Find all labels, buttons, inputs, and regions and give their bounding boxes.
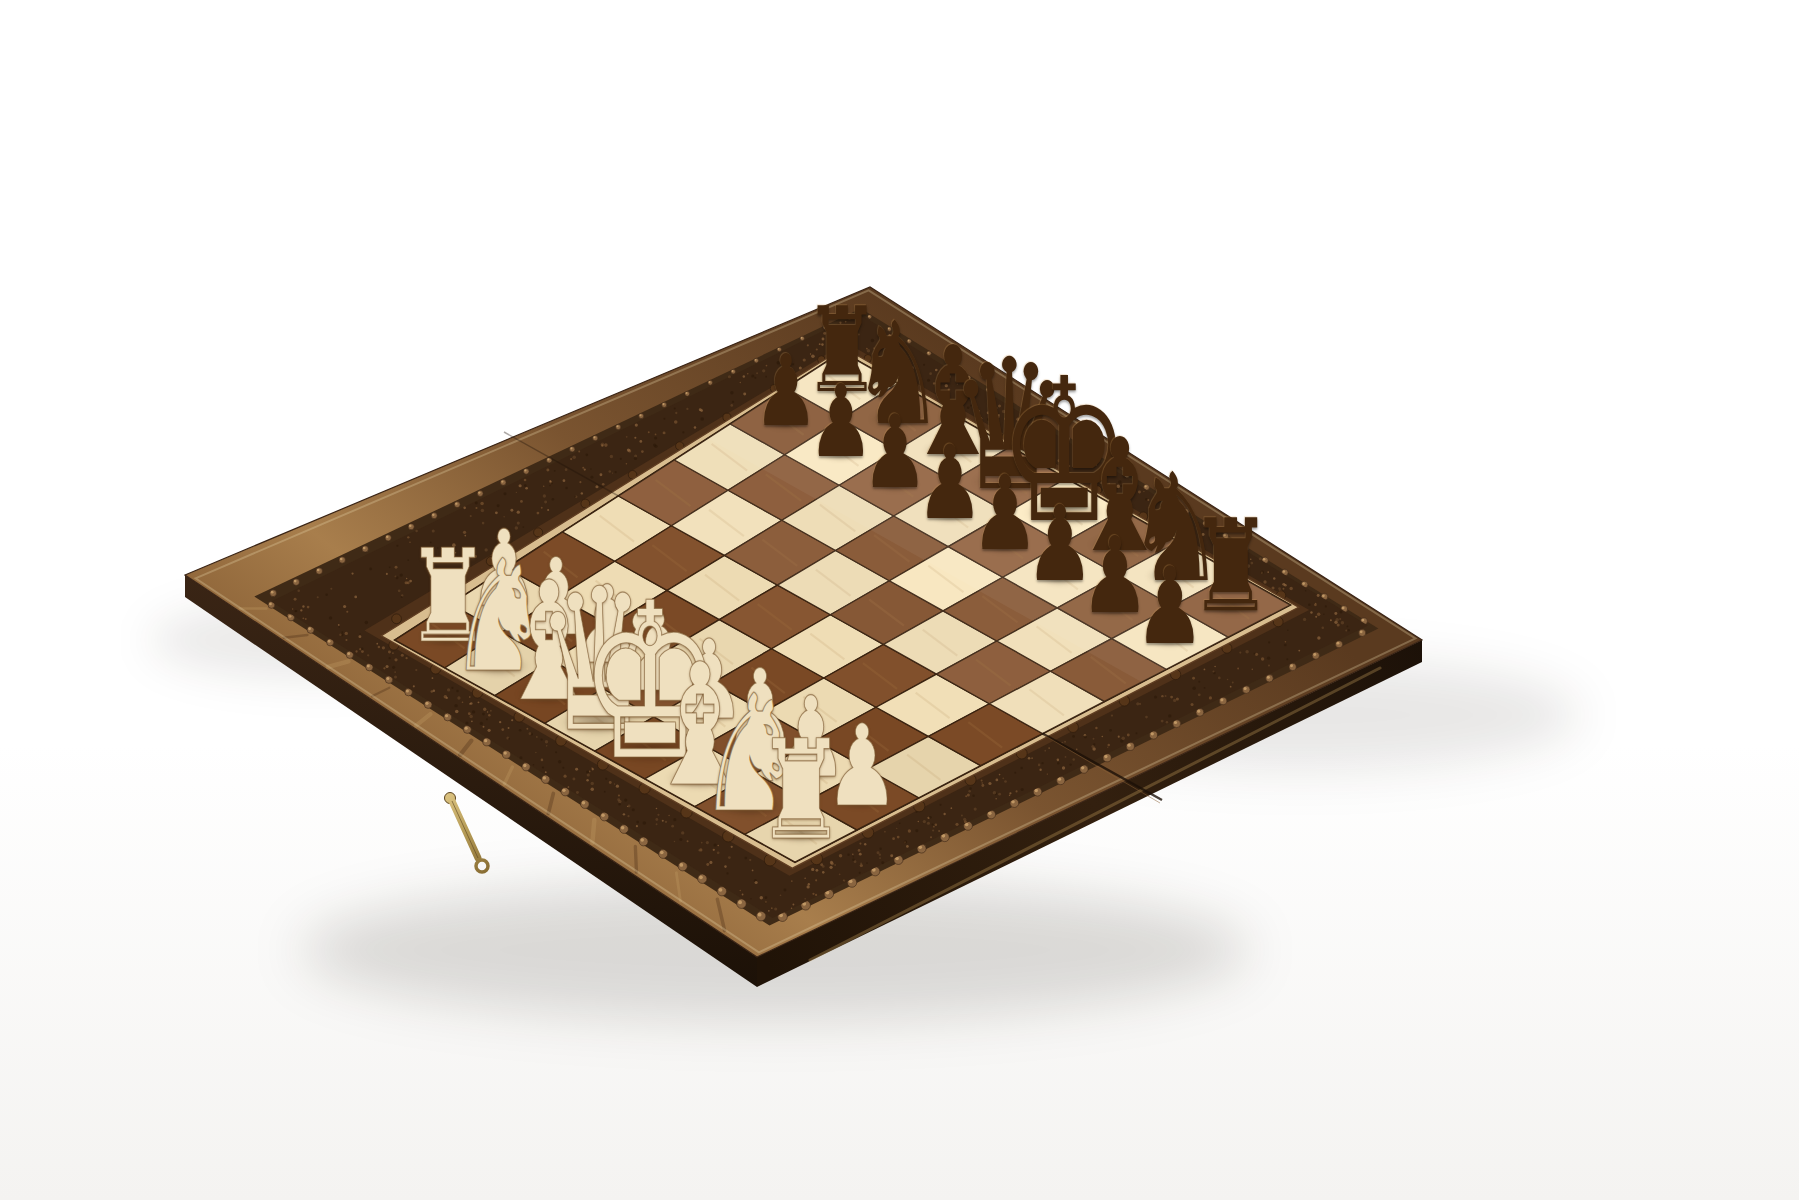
carving-speckle	[879, 857, 881, 859]
carving-speckle	[623, 813, 625, 815]
carving-speckle	[635, 423, 638, 426]
carving-speckle	[409, 542, 410, 543]
carving-speckle	[547, 509, 549, 511]
bead	[800, 336, 804, 340]
carving-speckle	[595, 485, 598, 488]
bead-highlight	[1290, 664, 1293, 667]
carving-speckle	[1339, 618, 1341, 620]
carving-speckle	[902, 354, 905, 357]
carving-speckle	[1323, 613, 1325, 615]
bead-highlight	[1035, 789, 1038, 792]
carving-speckle	[1004, 780, 1007, 783]
carving-speckle	[452, 543, 456, 547]
carving-speckle	[485, 548, 488, 551]
carving-speckle	[888, 334, 890, 336]
carving-speckle	[967, 794, 970, 797]
bead-highlight	[308, 627, 311, 630]
carving-speckle	[822, 865, 825, 868]
carving-speckle	[653, 443, 656, 446]
carving-speckle	[816, 869, 819, 872]
carving-speckle	[604, 791, 606, 793]
carving-speckle	[811, 354, 815, 358]
carving-speckle	[929, 816, 932, 819]
carving-speckle	[565, 468, 568, 471]
carving-speckle	[1020, 767, 1022, 769]
bead-highlight	[582, 801, 585, 804]
carving-speckle	[432, 677, 434, 679]
bead-highlight	[271, 591, 274, 594]
bead-highlight	[504, 751, 507, 754]
carving-speckle	[656, 823, 658, 825]
carving-speckle	[1321, 626, 1324, 629]
carving-speckle	[1118, 736, 1120, 738]
carving-speckle	[999, 774, 1001, 776]
carving-speckle	[433, 689, 436, 692]
carving-speckle	[392, 666, 395, 669]
bead-highlight	[478, 491, 480, 493]
carving-speckle	[663, 418, 665, 420]
carving-speckle	[877, 851, 880, 854]
carving-speckle	[845, 321, 847, 323]
carving-speckle	[755, 881, 758, 884]
bead-highlight	[660, 851, 664, 855]
carving-speckle	[1068, 465, 1070, 467]
carving-speckle	[568, 786, 570, 788]
carving-speckle	[1049, 439, 1050, 440]
carving-speckle	[1214, 666, 1216, 668]
carving-speckle	[469, 696, 471, 698]
carving-speckle	[1009, 795, 1010, 796]
carving-speckle	[968, 790, 970, 792]
carving-speckle	[852, 858, 855, 861]
bead-highlight	[524, 469, 526, 471]
carving-speckle	[482, 713, 485, 716]
bead-highlight	[908, 340, 910, 342]
bead-highlight	[425, 702, 428, 705]
carving-speckle	[1166, 721, 1168, 723]
carving-speckle	[1184, 528, 1186, 530]
carving-speckle	[682, 431, 684, 433]
carving-speckle	[996, 407, 997, 408]
carving-speckle	[804, 877, 806, 879]
carving-speckle	[549, 485, 550, 486]
carving-speckle	[1347, 625, 1349, 627]
carving-speckle	[881, 861, 884, 864]
carving-speckle	[1044, 432, 1048, 436]
carving-speckle	[468, 712, 471, 715]
carving-speckle	[774, 907, 777, 910]
carving-speckle	[859, 872, 861, 874]
bead-highlight	[1184, 509, 1186, 511]
carving-speckle	[1038, 764, 1041, 767]
carving-speckle	[576, 791, 579, 794]
carving-speckle	[1117, 488, 1119, 490]
carving-speckle	[1192, 677, 1195, 680]
carving-speckle	[969, 787, 971, 789]
bead	[887, 327, 891, 331]
carving-speckle	[365, 621, 369, 625]
carving-speckle	[679, 838, 682, 841]
carving-speckle	[857, 322, 858, 323]
carving-speckle	[987, 418, 990, 421]
bead-highlight	[386, 677, 389, 680]
bead-highlight	[1337, 642, 1340, 645]
carving-speckle	[890, 854, 893, 857]
carving-speckle	[1341, 621, 1344, 624]
carving-speckle	[1348, 629, 1350, 631]
carving-speckle	[1021, 788, 1024, 791]
carving-speckle	[501, 728, 504, 731]
carving-speckle	[803, 358, 806, 361]
bead-highlight	[1058, 778, 1061, 781]
carving-speckle	[430, 578, 432, 580]
carving-speckle	[1088, 473, 1091, 476]
bead-highlight	[465, 727, 468, 730]
bead-highlight	[1361, 619, 1364, 622]
carving-speckle	[406, 578, 407, 579]
carving-speckle	[1212, 670, 1214, 672]
bead	[1242, 686, 1250, 694]
carving-speckle	[510, 509, 513, 512]
carving-speckle	[339, 633, 342, 636]
chess-board	[0, 0, 1799, 1200]
carving-speckle	[1310, 611, 1312, 613]
carving-speckle	[535, 752, 536, 753]
carving-speckle	[343, 605, 346, 608]
carving-speckle	[1287, 629, 1289, 631]
carving-speckle	[1229, 558, 1232, 561]
bead	[362, 546, 368, 552]
bead-highlight	[409, 525, 411, 527]
carving-speckle	[351, 572, 353, 574]
carving-speckle	[1078, 460, 1080, 462]
bead-highlight	[1174, 721, 1177, 724]
bead-highlight	[328, 640, 331, 643]
carving-speckle	[935, 823, 938, 826]
carving-speckle	[945, 384, 948, 387]
carving-speckle	[1100, 481, 1103, 484]
carving-speckle	[1195, 526, 1196, 527]
bead	[1312, 652, 1319, 659]
carving-speckle	[519, 729, 522, 732]
bead-highlight	[562, 789, 565, 792]
carving-speckle	[610, 455, 613, 458]
carving-speckle	[819, 343, 821, 345]
carving-speckle	[1178, 510, 1180, 512]
carving-speckle	[396, 576, 399, 579]
carving-speckle	[1260, 570, 1263, 573]
carving-speckle	[488, 714, 491, 717]
carving-speckle	[1204, 687, 1206, 689]
carving-speckle	[415, 669, 417, 671]
carving-speckle	[745, 857, 748, 860]
carving-speckle	[537, 512, 540, 515]
bead-highlight	[640, 838, 644, 842]
bead	[1196, 708, 1204, 716]
carving-speckle	[1009, 792, 1011, 794]
carving-speckle	[967, 406, 970, 409]
carving-speckle	[542, 766, 544, 768]
carving-speckle	[858, 849, 861, 852]
carving-speckle	[1190, 532, 1192, 534]
carving-speckle	[541, 759, 544, 762]
carving-speckle	[1187, 524, 1190, 527]
carving-speckle	[784, 889, 787, 892]
carving-speckle	[297, 589, 300, 592]
carving-speckle	[896, 828, 897, 829]
carving-speckle	[791, 880, 793, 882]
bead	[1006, 400, 1011, 405]
carving-speckle	[765, 376, 767, 378]
carving-speckle	[546, 745, 548, 747]
bead-highlight	[1322, 594, 1325, 597]
carving-speckle	[706, 841, 709, 844]
bead-highlight	[616, 425, 618, 427]
carving-speckle	[558, 760, 561, 763]
bead-highlight	[269, 603, 272, 606]
brass-latch	[445, 793, 489, 873]
bead-highlight	[755, 359, 757, 361]
carving-speckle	[1039, 769, 1041, 771]
carving-speckle	[398, 590, 401, 593]
carving-speckle	[641, 450, 644, 453]
carving-speckle	[987, 411, 990, 414]
carving-speckle	[792, 904, 794, 906]
bead-highlight	[1197, 710, 1200, 713]
carving-speckle	[791, 907, 793, 909]
bead	[500, 480, 506, 486]
carving-speckle	[463, 531, 466, 534]
carving-speckle	[747, 373, 749, 375]
carving-speckle	[706, 863, 709, 866]
carving-speckle	[970, 405, 972, 407]
carving-speckle	[1182, 516, 1184, 518]
carving-speckle	[618, 794, 620, 796]
carving-speckle	[288, 614, 291, 617]
carving-speckle	[898, 355, 900, 357]
carving-speckle	[394, 676, 397, 679]
carving-speckle	[834, 864, 836, 866]
carving-speckle	[1064, 741, 1066, 743]
carving-speckle	[516, 492, 517, 493]
carving-speckle	[449, 550, 451, 552]
carving-speckle	[816, 348, 818, 350]
bead-highlight	[294, 580, 297, 583]
carving-speckle	[483, 726, 485, 728]
carving-speckle	[1286, 658, 1288, 660]
carving-speckle	[739, 890, 740, 891]
carving-speckle	[519, 484, 522, 487]
carving-speckle	[388, 650, 391, 653]
carving-speckle	[519, 756, 522, 759]
carving-speckle	[751, 375, 754, 378]
carving-speckle	[552, 498, 555, 501]
carving-speckle	[847, 854, 849, 856]
carving-speckle	[899, 359, 901, 361]
carving-speckle	[480, 722, 483, 725]
carving-speckle	[1052, 453, 1054, 455]
carving-speckle	[464, 535, 466, 537]
bead-highlight	[432, 514, 434, 516]
carving-speckle	[1204, 669, 1206, 671]
bead-highlight	[340, 558, 343, 561]
bead-highlight	[888, 327, 890, 329]
bead	[685, 391, 690, 396]
bead-highlight	[801, 337, 803, 339]
carving-speckle	[1057, 759, 1060, 762]
carving-speckle	[358, 635, 361, 638]
carving-speckle	[939, 375, 942, 378]
carving-speckle	[544, 500, 547, 503]
bead-highlight	[367, 665, 370, 668]
carving-speckle	[1247, 564, 1251, 568]
carving-speckle	[1031, 757, 1033, 759]
carving-speckle	[1120, 485, 1122, 487]
carving-speckle	[317, 596, 319, 598]
carving-speckle	[663, 431, 666, 434]
bead-highlight	[1220, 698, 1223, 701]
carving-speckle	[401, 596, 403, 598]
carving-speckle	[927, 379, 930, 382]
carving-speckle	[730, 404, 733, 407]
carving-speckle	[1108, 483, 1110, 485]
carving-speckle	[995, 798, 996, 799]
carving-speckle	[475, 501, 478, 504]
carving-speckle	[354, 596, 357, 599]
carving-speckle	[612, 472, 613, 473]
carving-speckle	[517, 511, 520, 514]
carving-speckle	[1181, 522, 1183, 524]
carving-speckle	[617, 798, 620, 801]
carving-speckle	[338, 624, 340, 626]
carving-speckle	[1259, 557, 1262, 560]
carving-speckle	[1145, 498, 1147, 500]
carving-speckle	[731, 846, 733, 848]
carving-speckle	[582, 467, 584, 469]
carving-speckle	[602, 483, 605, 486]
carving-speckle	[1227, 679, 1228, 680]
carving-speckle	[740, 382, 742, 384]
bead-highlight	[406, 689, 409, 692]
carving-speckle	[807, 885, 810, 888]
carving-speckle	[643, 821, 647, 825]
carving-speckle	[524, 484, 527, 487]
carving-speckle	[413, 685, 415, 687]
bead-highlight	[1065, 437, 1067, 439]
carving-speckle	[525, 487, 528, 490]
carving-speckle	[834, 344, 836, 346]
carving-speckle	[1127, 490, 1130, 493]
carving-speckle	[948, 388, 951, 391]
carving-speckle	[1139, 703, 1141, 705]
carving-speckle	[1173, 699, 1176, 702]
carving-speckle	[555, 751, 557, 753]
carving-speckle	[867, 349, 870, 352]
carving-speckle	[1251, 562, 1254, 565]
carving-speckle	[998, 404, 1001, 407]
bead	[1045, 424, 1050, 429]
carving-speckle	[1058, 459, 1061, 462]
carving-speckle	[844, 338, 847, 341]
carving-speckle	[503, 516, 505, 518]
carving-speckle	[1222, 554, 1225, 557]
carving-speckle	[565, 487, 567, 489]
carving-speckle	[823, 332, 826, 335]
carving-speckle	[1093, 738, 1095, 740]
carving-speckle	[614, 783, 616, 785]
carving-speckle	[389, 567, 391, 569]
carving-speckle	[1147, 499, 1149, 501]
carving-speckle	[455, 710, 459, 714]
carving-speckle	[1048, 747, 1050, 749]
bead	[523, 469, 529, 475]
carving-speckle	[378, 646, 380, 648]
carving-speckle	[1176, 523, 1179, 526]
carving-speckle	[295, 610, 297, 612]
wood-grain-streak	[635, 846, 636, 872]
bead-highlight	[601, 813, 604, 816]
carving-speckle	[405, 581, 408, 584]
carving-speckle	[592, 768, 594, 770]
carving-speckle	[981, 784, 984, 787]
carving-speckle	[639, 440, 642, 443]
carving-speckle	[546, 469, 549, 472]
carving-speckle	[768, 910, 770, 912]
carving-speckle	[1030, 434, 1032, 436]
carving-speckle	[1083, 475, 1085, 477]
bead-highlight	[1204, 522, 1206, 524]
carving-speckle	[634, 437, 636, 439]
bead-highlight	[484, 739, 487, 742]
carving-speckle	[586, 779, 589, 782]
carving-speckle	[562, 767, 564, 769]
carving-speckle	[674, 407, 676, 409]
carving-speckle	[743, 375, 745, 377]
carving-speckle	[367, 654, 369, 656]
carving-speckle	[628, 804, 631, 807]
carving-speckle	[570, 458, 572, 460]
bead	[777, 347, 782, 352]
carving-speckle	[1114, 488, 1116, 490]
carving-speckle	[478, 701, 480, 703]
carving-speckle	[1051, 448, 1053, 450]
carving-speckle	[837, 337, 841, 341]
carving-speckle	[1143, 491, 1145, 493]
carving-speckle	[1282, 588, 1284, 590]
bead-highlight	[386, 536, 388, 538]
carving-speckle	[482, 522, 485, 525]
bead-highlight	[1223, 534, 1225, 536]
carving-speckle	[405, 657, 407, 659]
bead	[316, 568, 323, 575]
carving-speckle	[923, 820, 926, 823]
carving-speckle	[355, 650, 357, 652]
bead-highlight	[1105, 461, 1107, 463]
bead	[639, 413, 644, 418]
carving-speckle	[788, 373, 791, 376]
bead	[907, 339, 911, 343]
bead-highlight	[1026, 412, 1028, 414]
carving-speckle	[386, 573, 388, 575]
carving-speckle	[906, 845, 909, 848]
carving-speckle	[632, 808, 635, 811]
carving-speckle	[1284, 584, 1287, 587]
carving-speckle	[1315, 616, 1317, 618]
bead-highlight	[680, 863, 684, 867]
carving-speckle	[713, 843, 716, 846]
carving-speckle	[1168, 714, 1171, 717]
carving-speckle	[955, 823, 958, 826]
